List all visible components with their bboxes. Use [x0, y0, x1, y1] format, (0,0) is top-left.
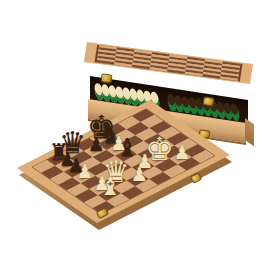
- chess-set-photo: ♜♛♚♟♟♞♟♟♟♝♟♛♟♚♝♟♟: [0, 0, 280, 280]
- brass-clasp-left: [100, 73, 112, 83]
- case-right-end: [245, 118, 254, 146]
- brass-clasp-right: [202, 96, 214, 106]
- case-lid-checkerboard: [95, 45, 243, 82]
